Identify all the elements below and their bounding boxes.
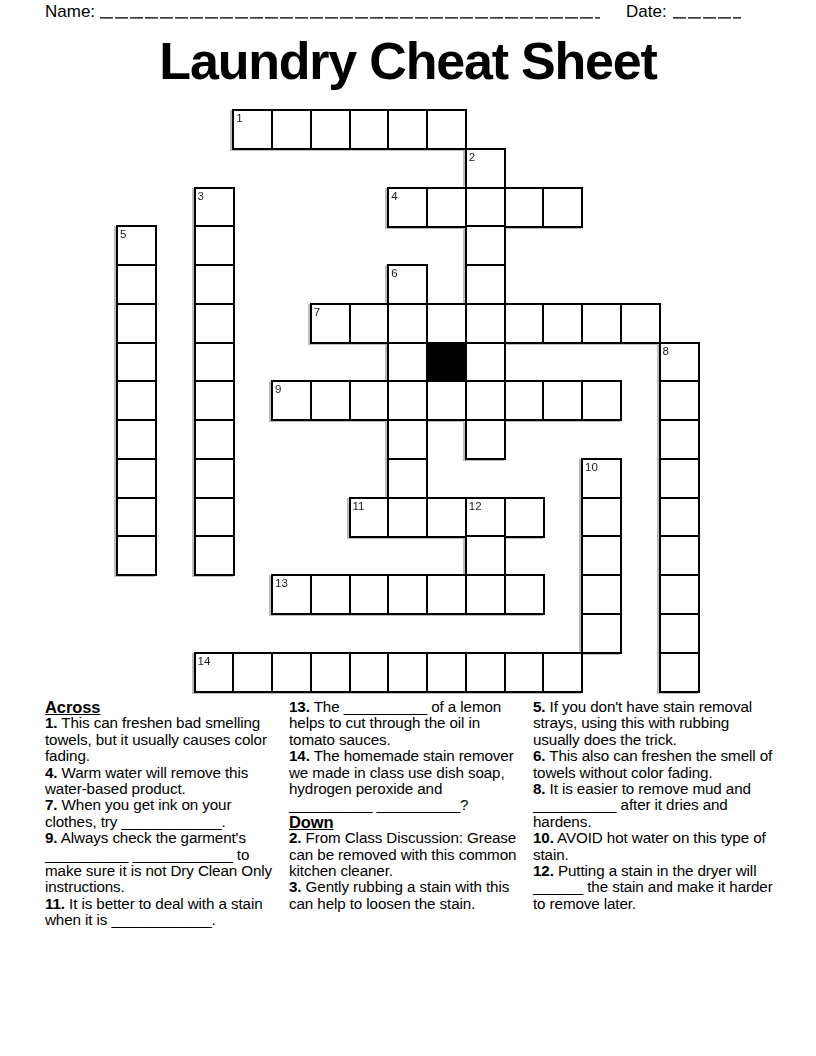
grid-cell[interactable] (620, 303, 661, 344)
clue-item-5: 5. If you don't have stain removal stray… (533, 699, 776, 748)
cell-number: 5 (120, 228, 126, 241)
clue-number: 12. (533, 862, 554, 879)
grid-cell[interactable] (387, 574, 428, 615)
grid-cell[interactable] (659, 380, 700, 421)
grid-cell[interactable] (504, 187, 545, 228)
grid-cell[interactable] (194, 342, 235, 383)
grid-cell[interactable] (349, 652, 390, 693)
grid-cell[interactable] (465, 303, 506, 344)
clue-item-1: 1. This can freshen bad smelling towels,… (45, 715, 280, 764)
grid-cell[interactable] (116, 342, 157, 383)
date-blank-line[interactable] (673, 1, 741, 19)
clue-item-9: 9. Always check the garment's __________… (45, 830, 280, 896)
grid-cell[interactable] (581, 535, 622, 576)
grid-cell[interactable] (542, 187, 583, 228)
grid-cell[interactable]: 4 (387, 187, 428, 228)
name-blank-line[interactable] (100, 1, 600, 19)
clue-number: 2. (289, 829, 301, 846)
grid-cell[interactable] (465, 264, 506, 305)
grid-cell[interactable] (465, 225, 506, 266)
blocked-cell (426, 342, 467, 383)
grid-cell[interactable] (116, 264, 157, 305)
grid-cell[interactable] (387, 109, 428, 150)
grid-cell[interactable] (194, 497, 235, 538)
clue-item-2: 2. From Class Discussion: Grease can be … (289, 830, 523, 879)
clue-number: 14. (289, 747, 310, 764)
grid-cell[interactable] (310, 380, 351, 421)
grid-cell[interactable] (426, 380, 467, 421)
grid-cell[interactable] (194, 458, 235, 499)
cell-number: 10 (585, 461, 598, 474)
cell-number: 3 (198, 190, 204, 203)
grid-cell[interactable]: 5 (116, 225, 157, 266)
clue-heading-down: Down (289, 814, 523, 830)
grid-cell[interactable] (426, 303, 467, 344)
name-label: Name: (45, 2, 95, 22)
clue-number: 6. (533, 747, 545, 764)
grid-cell[interactable] (387, 342, 428, 383)
grid-cell[interactable] (194, 380, 235, 421)
grid-cell[interactable] (659, 419, 700, 460)
page-title: Laundry Cheat Sheet (0, 31, 816, 91)
clue-number: 3. (289, 878, 301, 895)
cell-number: 13 (275, 577, 288, 590)
grid-cell[interactable] (426, 574, 467, 615)
grid-cell[interactable] (194, 264, 235, 305)
grid-cell[interactable] (426, 652, 467, 693)
grid-cell[interactable] (465, 187, 506, 228)
grid-cell[interactable] (310, 652, 351, 693)
cell-number: 14 (198, 655, 211, 668)
clue-number: 1. (45, 714, 57, 731)
grid-cell[interactable] (581, 303, 622, 344)
grid-cell[interactable] (504, 303, 545, 344)
clue-number: 11. (45, 895, 65, 912)
grid-cell[interactable]: 14 (194, 652, 235, 693)
grid-cell[interactable] (232, 652, 273, 693)
clue-heading-across: Across (45, 699, 280, 715)
grid-cell[interactable] (659, 535, 700, 576)
grid-cell[interactable] (349, 109, 390, 150)
grid-cell[interactable] (504, 574, 545, 615)
grid-cell[interactable] (116, 458, 157, 499)
clue-item-3: 3. Gently rubbing a stain with this can … (289, 879, 523, 912)
grid-cell[interactable] (194, 419, 235, 460)
grid-cell[interactable] (116, 303, 157, 344)
clue-number: 10. (533, 829, 554, 846)
grid-cell[interactable] (465, 652, 506, 693)
crossword-grid: 1234567891011121314 (116, 109, 698, 691)
grid-cell[interactable] (542, 303, 583, 344)
cell-number: 11 (353, 500, 365, 513)
grid-cell[interactable] (194, 225, 235, 266)
grid-cell[interactable] (116, 535, 157, 576)
grid-cell[interactable]: 8 (659, 342, 700, 383)
grid-cell[interactable]: 1 (232, 109, 273, 150)
grid-cell[interactable] (659, 652, 700, 693)
grid-cell[interactable] (542, 380, 583, 421)
grid-cell[interactable] (465, 535, 506, 576)
grid-cell[interactable]: 12 (465, 497, 506, 538)
clue-column-2: 13. The __________ of a lemon helps to c… (289, 699, 523, 912)
grid-cell[interactable] (387, 458, 428, 499)
cell-number: 8 (663, 345, 669, 358)
clue-number: 4. (45, 764, 57, 781)
grid-cell[interactable] (387, 380, 428, 421)
cell-number: 6 (391, 267, 397, 280)
grid-cell[interactable]: 11 (349, 497, 390, 538)
cell-number: 7 (314, 306, 320, 319)
grid-cell[interactable] (116, 380, 157, 421)
grid-cell[interactable] (310, 109, 351, 150)
grid-cell[interactable] (271, 652, 312, 693)
grid-cell[interactable] (659, 613, 700, 654)
grid-cell[interactable] (271, 109, 312, 150)
grid-cell[interactable] (504, 652, 545, 693)
grid-cell[interactable] (465, 419, 506, 460)
grid-cell[interactable] (349, 574, 390, 615)
date-label: Date: (626, 2, 667, 22)
grid-cell[interactable] (581, 613, 622, 654)
clue-item-6: 6. This also can freshen the smell of to… (533, 748, 776, 781)
grid-cell[interactable] (581, 380, 622, 421)
grid-cell[interactable] (581, 497, 622, 538)
cell-number: 12 (469, 500, 482, 513)
grid-cell[interactable] (581, 574, 622, 615)
clue-item-4: 4. Warm water will remove this water-bas… (45, 765, 280, 798)
clue-number: 5. (533, 698, 545, 715)
grid-cell[interactable] (426, 187, 467, 228)
clue-item-14: 14. The homemade stain remover we made i… (289, 748, 523, 814)
grid-cell[interactable]: 9 (271, 380, 312, 421)
cell-number: 2 (469, 151, 475, 164)
clue-item-7: 7. When you get ink on your clothes, try… (45, 797, 280, 830)
grid-cell[interactable] (387, 303, 428, 344)
grid-cell[interactable] (465, 380, 506, 421)
cell-number: 4 (391, 190, 397, 203)
grid-cell[interactable] (659, 458, 700, 499)
grid-cell[interactable] (465, 574, 506, 615)
grid-cell[interactable]: 2 (465, 148, 506, 189)
grid-cell[interactable] (194, 303, 235, 344)
clue-column-3: 5. If you don't have stain removal stray… (533, 699, 776, 912)
grid-cell[interactable] (426, 497, 467, 538)
cell-number: 1 (236, 112, 242, 125)
grid-cell[interactable] (387, 497, 428, 538)
grid-cell[interactable] (349, 380, 390, 421)
grid-cell[interactable]: 13 (271, 574, 312, 615)
clue-item-12: 12. Putting a stain in the dryer will __… (533, 863, 776, 912)
grid-cell[interactable]: 6 (387, 264, 428, 305)
clue-item-10: 10. AVOID hot water on this type of stai… (533, 830, 776, 863)
clue-number: 8. (533, 780, 545, 797)
clue-item-11: 11. It is better to deal with a stain wh… (45, 896, 280, 929)
grid-cell[interactable]: 10 (581, 458, 622, 499)
grid-cell[interactable] (426, 109, 467, 150)
grid-cell[interactable] (387, 419, 428, 460)
clue-number: 7. (45, 796, 57, 813)
clue-number: 13. (289, 698, 310, 715)
grid-cell[interactable]: 3 (194, 187, 235, 228)
clue-item-8: 8. It is easier to remove mud and ______… (533, 781, 776, 830)
grid-cell[interactable] (194, 535, 235, 576)
clue-item-13: 13. The __________ of a lemon helps to c… (289, 699, 523, 748)
grid-cell[interactable] (310, 574, 351, 615)
clue-number: 9. (45, 829, 57, 846)
cell-number: 9 (275, 383, 281, 396)
grid-cell[interactable] (116, 497, 157, 538)
grid-cell[interactable] (387, 652, 428, 693)
grid-cell[interactable] (504, 497, 545, 538)
grid-cell[interactable] (659, 574, 700, 615)
grid-cell[interactable] (116, 419, 157, 460)
grid-cell[interactable] (659, 497, 700, 538)
grid-cell[interactable]: 7 (310, 303, 351, 344)
clue-column-1: Across1. This can freshen bad smelling t… (45, 699, 280, 929)
grid-cell[interactable] (349, 303, 390, 344)
grid-cell[interactable] (504, 380, 545, 421)
grid-cell[interactable] (465, 342, 506, 383)
grid-cell[interactable] (542, 652, 583, 693)
